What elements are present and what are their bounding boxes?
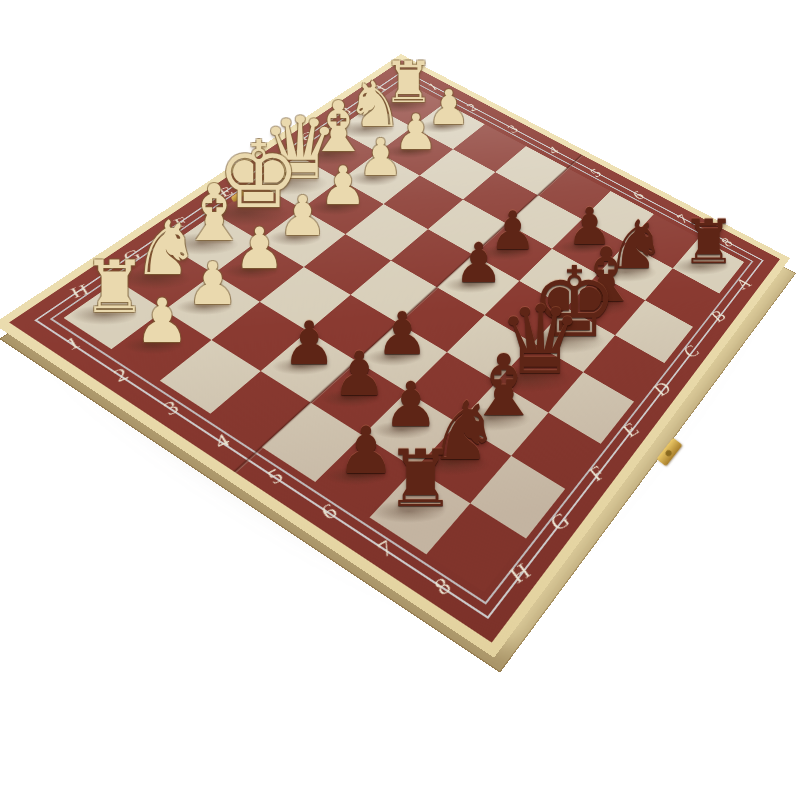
piece-white-pawn-h2[interactable]: ♟ [135, 291, 190, 352]
piece-white-pawn-f2[interactable]: ♟ [234, 220, 285, 277]
piece-black-pawn-g4[interactable]: ♟ [282, 313, 336, 373]
piece-white-pawn-g2[interactable]: ♟ [186, 254, 239, 313]
piece-black-pawn-d5[interactable]: ♟ [454, 235, 503, 290]
piece-black-pawn-g5[interactable]: ♟ [332, 343, 387, 404]
chess-set-product-photo: AABBCCDDEEFFGGHH1122334455667788 ♜♞♝♛♚♝♞… [0, 0, 800, 800]
piece-white-pawn-e2[interactable]: ♟ [278, 189, 327, 244]
piece-black-rook-h7[interactable]: ♜ [385, 440, 456, 519]
piece-black-rook-a8[interactable]: ♜ [681, 211, 736, 272]
